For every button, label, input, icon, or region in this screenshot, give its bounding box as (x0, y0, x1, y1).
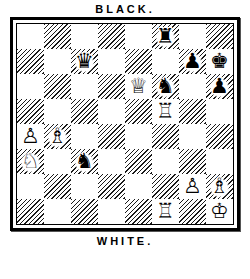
square-g5[interactable] (179, 99, 206, 124)
square-b1[interactable] (44, 199, 71, 224)
square-f2[interactable] (152, 174, 179, 199)
square-d3[interactable] (98, 149, 125, 174)
square-b6[interactable] (44, 74, 71, 99)
square-a7[interactable] (17, 49, 44, 74)
square-e1[interactable] (125, 199, 152, 224)
square-h3[interactable] (206, 149, 233, 174)
piece-black-queen[interactable]: ♛ (75, 49, 94, 74)
square-a1[interactable] (17, 199, 44, 224)
piece-black-king[interactable]: ♚ (210, 49, 229, 74)
square-a6[interactable] (17, 74, 44, 99)
square-c8[interactable] (71, 24, 98, 49)
board-inner-border: ♜♛♟♚♕♞♟♖♙♗♘♞♙♗♖♔ (16, 23, 234, 225)
square-h8[interactable] (206, 24, 233, 49)
square-a8[interactable] (17, 24, 44, 49)
square-c2[interactable] (71, 174, 98, 199)
piece-black-pawn[interactable]: ♟ (210, 74, 229, 99)
piece-white-knight[interactable]: ♘ (21, 149, 40, 174)
square-f5[interactable]: ♖ (152, 99, 179, 124)
square-a5[interactable] (17, 99, 44, 124)
square-f7[interactable] (152, 49, 179, 74)
square-f8[interactable]: ♜ (152, 24, 179, 49)
piece-white-rook[interactable]: ♖ (156, 99, 175, 124)
square-e3[interactable] (125, 149, 152, 174)
piece-white-queen[interactable]: ♕ (129, 74, 148, 99)
square-f1[interactable]: ♖ (152, 199, 179, 224)
square-d7[interactable] (98, 49, 125, 74)
square-h4[interactable] (206, 124, 233, 149)
square-f3[interactable] (152, 149, 179, 174)
piece-black-knight[interactable]: ♞ (156, 74, 175, 99)
square-a4[interactable]: ♙ (17, 124, 44, 149)
square-e2[interactable] (125, 174, 152, 199)
square-d6[interactable] (98, 74, 125, 99)
square-g1[interactable] (179, 199, 206, 224)
square-e8[interactable] (125, 24, 152, 49)
square-h1[interactable]: ♔ (206, 199, 233, 224)
square-d1[interactable] (98, 199, 125, 224)
square-b5[interactable] (44, 99, 71, 124)
piece-black-pawn[interactable]: ♟ (183, 49, 202, 74)
square-d8[interactable] (98, 24, 125, 49)
square-h7[interactable]: ♚ (206, 49, 233, 74)
white-side-label: WHITE. (97, 235, 154, 247)
square-b2[interactable] (44, 174, 71, 199)
square-g8[interactable] (179, 24, 206, 49)
square-c7[interactable]: ♛ (71, 49, 98, 74)
square-c6[interactable] (71, 74, 98, 99)
chess-diagram-page: BLACK. ♜♛♟♚♕♞♟♖♙♗♘♞♙♗♖♔ WHITE. (0, 0, 250, 279)
square-b8[interactable] (44, 24, 71, 49)
square-b7[interactable] (44, 49, 71, 74)
square-c5[interactable] (71, 99, 98, 124)
square-e4[interactable] (125, 124, 152, 149)
square-f6[interactable]: ♞ (152, 74, 179, 99)
piece-white-king[interactable]: ♔ (210, 199, 229, 224)
piece-black-knight[interactable]: ♞ (75, 149, 94, 174)
square-e5[interactable] (125, 99, 152, 124)
square-a2[interactable] (17, 174, 44, 199)
square-b4[interactable]: ♗ (44, 124, 71, 149)
square-g4[interactable] (179, 124, 206, 149)
square-a3[interactable]: ♘ (17, 149, 44, 174)
square-g6[interactable] (179, 74, 206, 99)
square-g7[interactable]: ♟ (179, 49, 206, 74)
piece-white-rook[interactable]: ♖ (156, 199, 175, 224)
chess-board: ♜♛♟♚♕♞♟♖♙♗♘♞♙♗♖♔ (17, 24, 233, 224)
square-h2[interactable]: ♗ (206, 174, 233, 199)
piece-white-pawn[interactable]: ♙ (183, 174, 202, 199)
square-b3[interactable] (44, 149, 71, 174)
square-d5[interactable] (98, 99, 125, 124)
square-e6[interactable]: ♕ (125, 74, 152, 99)
piece-white-bishop[interactable]: ♗ (210, 174, 229, 199)
square-g3[interactable] (179, 149, 206, 174)
square-d4[interactable] (98, 124, 125, 149)
piece-white-pawn[interactable]: ♙ (21, 124, 40, 149)
square-f4[interactable] (152, 124, 179, 149)
piece-black-rook[interactable]: ♜ (156, 24, 175, 49)
board-frame: ♜♛♟♚♕♞♟♖♙♗♘♞♙♗♖♔ (10, 17, 240, 231)
square-c1[interactable] (71, 199, 98, 224)
piece-white-bishop[interactable]: ♗ (48, 124, 67, 149)
square-e7[interactable] (125, 49, 152, 74)
square-g2[interactable]: ♙ (179, 174, 206, 199)
black-side-label: BLACK. (95, 3, 155, 15)
square-c3[interactable]: ♞ (71, 149, 98, 174)
square-d2[interactable] (98, 174, 125, 199)
square-h5[interactable] (206, 99, 233, 124)
square-c4[interactable] (71, 124, 98, 149)
square-h6[interactable]: ♟ (206, 74, 233, 99)
